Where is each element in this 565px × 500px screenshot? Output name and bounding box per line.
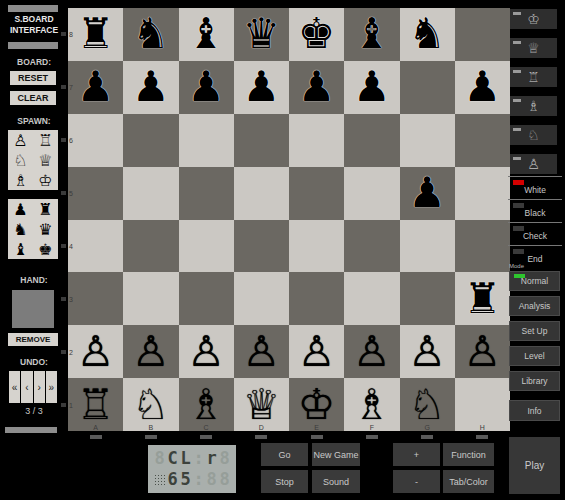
status-led <box>513 203 524 208</box>
rank-tick <box>61 350 66 354</box>
file-tick <box>200 435 212 439</box>
square-d7[interactable]: ♟ <box>234 61 289 114</box>
spawn-black-king-button[interactable]: ♚ <box>33 239 58 259</box>
square-f5[interactable] <box>344 167 399 220</box>
square-h6[interactable] <box>455 114 510 167</box>
piece-black-rook: ♜ <box>464 278 502 320</box>
rank-label: 3 <box>69 295 73 302</box>
file-tick <box>311 435 323 439</box>
square-b7[interactable]: ♟ <box>123 61 178 114</box>
lcd-char: : <box>192 448 205 469</box>
square-f2[interactable]: ♙ <box>344 325 399 378</box>
piece-white-rook: ♖ <box>77 384 115 426</box>
lcd-char: C <box>166 448 179 469</box>
rank-tick <box>61 403 66 407</box>
square-g1[interactable]: ♘G <box>400 378 455 431</box>
spawn-palette-white: ♙♖♘♕♗♔ <box>8 130 58 190</box>
king-icon: ♔ <box>527 11 540 27</box>
button-dash <box>513 70 521 73</box>
left-sidebar: S.BOARD INTERFACE BOARD: RESET CLEAR SPA… <box>0 0 68 500</box>
spawn-black-rook-button[interactable]: ♜ <box>33 199 58 219</box>
file-label: F <box>370 424 374 431</box>
knight-icon: ♘ <box>527 127 540 143</box>
square-g6[interactable] <box>400 114 455 167</box>
app-title-line2: INTERFACE <box>0 25 68 36</box>
rank-label: 5 <box>69 190 73 197</box>
square-g3[interactable] <box>400 272 455 325</box>
square-f8[interactable]: ♝ <box>344 8 399 61</box>
piece-black-knight: ♞ <box>132 13 170 55</box>
file-label: C <box>204 424 209 431</box>
piece-white-knight: ♘ <box>408 384 446 426</box>
square-b8[interactable]: ♞ <box>123 8 178 61</box>
rank-tick <box>61 191 66 195</box>
mode-button-label: Library <box>522 376 548 386</box>
square-d5[interactable] <box>234 167 289 220</box>
hand-section-label: HAND: <box>0 275 68 285</box>
tab-color-button[interactable]: Tab/Color <box>443 470 494 493</box>
mode-button-label: Set Up <box>522 326 548 336</box>
square-h8[interactable] <box>455 8 510 61</box>
rank-label: 8 <box>69 31 73 38</box>
square-c1[interactable]: ♗C <box>179 378 234 431</box>
piece-black-king: ♚ <box>298 13 336 55</box>
square-e6[interactable] <box>289 114 344 167</box>
bishop-icon: ♗ <box>527 98 540 114</box>
piece-white-knight: ♘ <box>132 384 170 426</box>
square-g4[interactable] <box>400 220 455 273</box>
square-a5[interactable]: 5 <box>68 167 123 220</box>
square-b3[interactable] <box>123 272 178 325</box>
mode-button-label: Level <box>524 351 544 361</box>
square-g2[interactable]: ♙ <box>400 325 455 378</box>
square-h1[interactable]: H <box>455 378 510 431</box>
status-check[interactable]: Check <box>508 222 562 245</box>
lcd-char: r <box>205 448 218 469</box>
square-c4[interactable] <box>179 220 234 273</box>
mode-normal-button[interactable]: Normal <box>509 271 560 291</box>
square-d4[interactable] <box>234 220 289 273</box>
square-b2[interactable]: ♙ <box>123 325 178 378</box>
piece-black-bishop: ♝ <box>187 13 225 55</box>
piece-black-pawn: ♟ <box>243 66 281 108</box>
square-a4[interactable]: 4 <box>68 220 123 273</box>
lcd-char: 8 <box>205 469 218 490</box>
bishop-piece-button[interactable]: ♗ <box>510 96 557 116</box>
mode-button-group: NormalAnalysisSet UpLevelLibrary <box>509 271 560 396</box>
status-black[interactable]: Black <box>508 199 562 222</box>
mode-analysis-button[interactable]: Analysis <box>509 296 560 316</box>
piece-white-pawn: ♙ <box>187 331 225 373</box>
spawn-palette-black: ♟♜♞♛♝♚ <box>8 199 58 259</box>
stop-button[interactable]: Stop <box>261 470 308 493</box>
spawn-black-pawn-button[interactable]: ♟ <box>8 199 33 219</box>
undo-section-label: UNDO: <box>0 357 68 367</box>
piece-black-pawn: ♟ <box>77 66 115 108</box>
square-e8[interactable]: ♚ <box>289 8 344 61</box>
square-a2[interactable]: ♙2 <box>68 325 123 378</box>
chess-board[interactable]: ♜8♞♝♛♚♝♞♟7♟♟♟♟♟♟65♟43♜♙2♙♙♙♙♙♙♙♖1A♘B♗C♕D… <box>68 8 510 431</box>
square-e7[interactable]: ♟ <box>289 61 344 114</box>
button-dash <box>513 41 521 44</box>
square-g7[interactable] <box>400 61 455 114</box>
file-label: B <box>149 424 154 431</box>
file-tick <box>90 435 102 439</box>
square-c2[interactable]: ♙ <box>179 325 234 378</box>
rank-label: 1 <box>69 401 73 408</box>
piece-black-pawn: ♟ <box>132 66 170 108</box>
piece-black-bishop: ♝ <box>353 13 391 55</box>
file-tick <box>255 435 267 439</box>
function-button[interactable]: Function <box>443 443 494 466</box>
go-button[interactable]: Go <box>261 443 308 466</box>
square-a8[interactable]: ♜8 <box>68 8 123 61</box>
square-g8[interactable]: ♞ <box>400 8 455 61</box>
square-h7[interactable]: ♟ <box>455 61 510 114</box>
square-a1[interactable]: ♖1A <box>68 378 123 431</box>
piece-black-pawn: ♟ <box>464 66 502 108</box>
lcd-char: 5 <box>179 469 192 490</box>
lcd-char: 8 <box>218 448 231 469</box>
spawn-white-pawn-button[interactable]: ♙ <box>8 130 33 150</box>
square-e4[interactable] <box>289 220 344 273</box>
status-label: Check <box>523 231 547 241</box>
rank-label: 6 <box>69 137 73 144</box>
square-e2[interactable]: ♙ <box>289 325 344 378</box>
spawn-white-queen-button[interactable]: ♕ <box>33 150 58 170</box>
file-label: E <box>314 424 319 431</box>
knight-piece-button[interactable]: ♘ <box>510 125 557 145</box>
undo-back-button[interactable]: ‹ <box>21 371 32 403</box>
square-d3[interactable] <box>234 272 289 325</box>
square-e1[interactable]: ♔E <box>289 378 344 431</box>
king-piece-button[interactable]: ♔ <box>510 9 557 29</box>
piece-white-pawn: ♙ <box>353 331 391 373</box>
piece-white-bishop: ♗ <box>353 384 391 426</box>
queen-piece-button[interactable]: ♕ <box>510 38 557 58</box>
square-f3[interactable] <box>344 272 399 325</box>
rank-tick <box>61 138 66 142</box>
pawn-icon: ♙ <box>527 156 540 172</box>
undo-first-button[interactable]: « <box>9 371 20 403</box>
remove-button[interactable]: REMOVE <box>8 333 58 346</box>
app-title: S.BOARD INTERFACE <box>0 14 68 36</box>
file-label: G <box>424 424 429 431</box>
square-f4[interactable] <box>344 220 399 273</box>
square-b6[interactable] <box>123 114 178 167</box>
button-dash <box>513 128 521 131</box>
square-h5[interactable] <box>455 167 510 220</box>
spawn-white-knight-button[interactable]: ♘ <box>8 150 33 170</box>
spawn-section-label: SPAWN: <box>0 116 68 126</box>
file-tick <box>145 435 157 439</box>
square-b5[interactable] <box>123 167 178 220</box>
status-led <box>513 249 524 254</box>
square-f6[interactable] <box>344 114 399 167</box>
piece-black-queen: ♛ <box>243 13 281 55</box>
status-led <box>513 180 524 185</box>
lcd-char: L <box>179 448 192 469</box>
button-dash <box>513 99 521 102</box>
mode-button-label: Analysis <box>519 301 551 311</box>
button-dash <box>513 157 521 160</box>
status-white[interactable]: White <box>508 176 562 199</box>
square-c5[interactable] <box>179 167 234 220</box>
piece-black-pawn: ♟ <box>298 66 336 108</box>
mode-set-up-button[interactable]: Set Up <box>509 321 560 341</box>
square-d2[interactable]: ♙ <box>234 325 289 378</box>
piece-white-bishop: ♗ <box>187 384 225 426</box>
square-c8[interactable]: ♝ <box>179 8 234 61</box>
minus-button[interactable]: - <box>393 470 440 493</box>
sound-button[interactable]: Sound <box>312 470 360 493</box>
undo-button-group: «‹›» <box>9 371 57 403</box>
rank-tick <box>61 32 66 36</box>
mode-level-button[interactable]: Level <box>509 346 560 366</box>
square-f1[interactable]: ♗F <box>344 378 399 431</box>
lcd-char: 6 <box>166 469 179 490</box>
file-label: D <box>259 424 264 431</box>
status-label: End <box>527 254 542 264</box>
piece-black-pawn: ♟ <box>187 66 225 108</box>
file-tick <box>476 435 488 439</box>
undo-last-button[interactable]: » <box>46 371 57 403</box>
square-a3[interactable]: 3 <box>68 272 123 325</box>
square-e3[interactable] <box>289 272 344 325</box>
plus-button[interactable]: + <box>393 443 440 466</box>
square-c6[interactable] <box>179 114 234 167</box>
play-button[interactable]: Play <box>509 437 560 494</box>
rook-piece-button[interactable]: ♖ <box>510 67 557 87</box>
divider-bar <box>5 427 57 433</box>
square-b4[interactable] <box>123 220 178 273</box>
button-dash <box>513 12 521 15</box>
divider-bar <box>8 42 58 49</box>
lcd-line-1: 8CL:r8 <box>153 448 236 469</box>
square-h4[interactable] <box>455 220 510 273</box>
rank-label: 4 <box>69 242 73 249</box>
square-d6[interactable] <box>234 114 289 167</box>
spawn-white-king-button[interactable]: ♔ <box>33 170 58 190</box>
piece-white-pawn: ♙ <box>408 331 446 373</box>
divider-bar <box>8 5 58 12</box>
status-row-group: WhiteBlackCheckEnd <box>508 176 562 268</box>
rank-label: 2 <box>69 348 73 355</box>
square-c3[interactable] <box>179 272 234 325</box>
status-label: White <box>524 185 546 195</box>
square-e5[interactable] <box>289 167 344 220</box>
board-section-label: BOARD: <box>0 57 68 67</box>
square-a7[interactable]: ♟7 <box>68 61 123 114</box>
spawn-white-bishop-button[interactable]: ♗ <box>8 170 33 190</box>
piece-black-rook: ♜ <box>77 13 115 55</box>
lcd-grid-icon <box>154 474 165 485</box>
file-label: A <box>93 424 98 431</box>
rank-label: 7 <box>69 84 73 91</box>
square-d1[interactable]: ♕D <box>234 378 289 431</box>
piece-white-pawn: ♙ <box>77 331 115 373</box>
square-h2[interactable]: ♙ <box>455 325 510 378</box>
lcd-line-2: 65:88 <box>153 469 236 490</box>
spawn-black-bishop-button[interactable]: ♝ <box>8 239 33 259</box>
pawn-piece-button[interactable]: ♙ <box>510 154 557 174</box>
spawn-black-knight-button[interactable]: ♞ <box>8 219 33 239</box>
lcd-char: : <box>192 469 205 490</box>
square-b1[interactable]: ♘B <box>123 378 178 431</box>
mode-label: Mode <box>509 263 524 269</box>
spawn-white-rook-button[interactable]: ♖ <box>33 130 58 150</box>
piece-white-queen: ♕ <box>243 384 281 426</box>
clear-button[interactable]: CLEAR <box>10 91 56 105</box>
file-label: H <box>480 424 485 431</box>
square-c7[interactable]: ♟ <box>179 61 234 114</box>
file-tick <box>366 435 378 439</box>
square-a6[interactable]: 6 <box>68 114 123 167</box>
piece-white-pawn: ♙ <box>243 331 281 373</box>
lcd-char: 8 <box>153 448 166 469</box>
mode-library-button[interactable]: Library <box>509 371 560 391</box>
mode-led <box>514 274 525 278</box>
square-h3[interactable]: ♜ <box>455 272 510 325</box>
undo-forward-button[interactable]: › <box>34 371 45 403</box>
piece-black-pawn: ♟ <box>408 172 446 214</box>
hand-box[interactable] <box>12 290 54 328</box>
reset-button[interactable]: RESET <box>10 71 56 85</box>
lcd-display: 8CL:r8 65:88 <box>148 445 236 493</box>
rank-tick <box>61 297 66 301</box>
piece-black-knight: ♞ <box>408 13 446 55</box>
piece-button-column: ♔♕♖♗♘♙ <box>510 9 557 183</box>
lcd-char: 8 <box>218 469 231 490</box>
queen-icon: ♕ <box>527 40 540 56</box>
piece-white-pawn: ♙ <box>132 331 170 373</box>
square-f7[interactable]: ♟ <box>344 61 399 114</box>
status-led <box>513 226 524 231</box>
square-d8[interactable]: ♛ <box>234 8 289 61</box>
piece-white-king: ♔ <box>298 384 336 426</box>
piece-black-pawn: ♟ <box>353 66 391 108</box>
piece-white-pawn: ♙ <box>298 331 336 373</box>
info-button[interactable]: Info <box>509 400 560 421</box>
status-label: Black <box>525 208 546 218</box>
rook-icon: ♖ <box>527 69 540 85</box>
new-game-button[interactable]: New Game <box>312 443 360 466</box>
undo-counter: 3 / 3 <box>0 406 68 416</box>
square-g5[interactable]: ♟ <box>400 167 455 220</box>
spawn-black-queen-button[interactable]: ♛ <box>33 219 58 239</box>
app-title-line1: S.BOARD <box>0 14 68 25</box>
file-tick <box>421 435 433 439</box>
piece-white-pawn: ♙ <box>464 331 502 373</box>
rank-tick <box>61 244 66 248</box>
rank-tick <box>61 85 66 89</box>
